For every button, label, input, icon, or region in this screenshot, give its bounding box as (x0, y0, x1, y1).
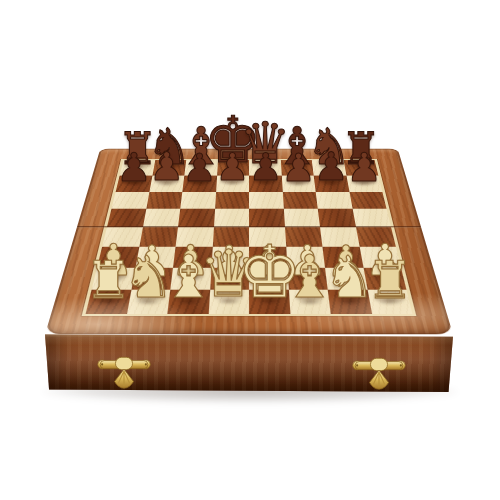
square-b3 (135, 247, 176, 268)
fold-seam (77, 226, 421, 227)
square-d6 (215, 192, 249, 209)
square-h6 (349, 192, 387, 209)
square-b1 (126, 290, 170, 314)
square-d3 (211, 247, 249, 268)
square-d8 (217, 160, 249, 175)
square-e5 (249, 209, 285, 227)
square-h8 (343, 160, 378, 175)
square-c8 (184, 160, 217, 175)
square-c1 (167, 290, 209, 314)
square-e3 (249, 247, 287, 268)
chess-set-photo: ♜♞♝♚♛♝♞♜♟♟♟♟♟♟♟♟♟♟♟♟♟♟♟♟♜♞♝♛♚♝♞♜ (0, 0, 500, 500)
square-f7 (281, 175, 315, 191)
board-top-surface (45, 149, 453, 335)
square-c2 (170, 267, 211, 289)
square-d7 (216, 175, 249, 191)
square-c6 (180, 192, 215, 209)
square-g3 (322, 247, 363, 268)
square-e6 (249, 192, 283, 209)
square-a1 (86, 290, 131, 314)
square-h4 (356, 227, 396, 247)
square-f5 (283, 209, 320, 227)
square-g6 (316, 192, 352, 209)
square-f4 (285, 227, 323, 247)
square-b6 (146, 192, 182, 209)
square-c4 (176, 227, 214, 247)
square-f1 (288, 290, 330, 314)
square-e1 (249, 290, 290, 314)
square-h2 (363, 267, 406, 289)
board-grid (82, 159, 417, 316)
square-a2 (92, 267, 135, 289)
brass-clasp-icon (95, 353, 153, 391)
square-e8 (249, 160, 281, 175)
square-g1 (328, 290, 372, 314)
square-c7 (182, 175, 216, 191)
square-f2 (287, 267, 328, 289)
brass-clasp-icon (350, 354, 408, 392)
square-f6 (282, 192, 317, 209)
square-h5 (352, 209, 391, 227)
square-b2 (131, 267, 173, 289)
square-g5 (318, 209, 356, 227)
square-d5 (214, 209, 250, 227)
square-e4 (249, 227, 286, 247)
square-d4 (212, 227, 249, 247)
square-a5 (107, 209, 146, 227)
square-b4 (139, 227, 178, 247)
square-e2 (249, 267, 288, 289)
square-a6 (111, 192, 149, 209)
square-c3 (173, 247, 212, 268)
square-a7 (116, 175, 152, 191)
square-a3 (97, 247, 139, 268)
square-g8 (312, 160, 346, 175)
square-c5 (178, 209, 215, 227)
square-h1 (367, 290, 412, 314)
square-e7 (249, 175, 282, 191)
square-b7 (149, 175, 184, 191)
square-h3 (359, 247, 401, 268)
square-d1 (208, 290, 249, 314)
square-a8 (120, 160, 155, 175)
square-g4 (320, 227, 359, 247)
square-d2 (210, 267, 249, 289)
square-a4 (102, 227, 142, 247)
square-g2 (325, 267, 367, 289)
square-f3 (286, 247, 325, 268)
square-f8 (280, 160, 313, 175)
square-b8 (152, 160, 186, 175)
square-h7 (346, 175, 382, 191)
square-g7 (314, 175, 349, 191)
square-b5 (143, 209, 181, 227)
